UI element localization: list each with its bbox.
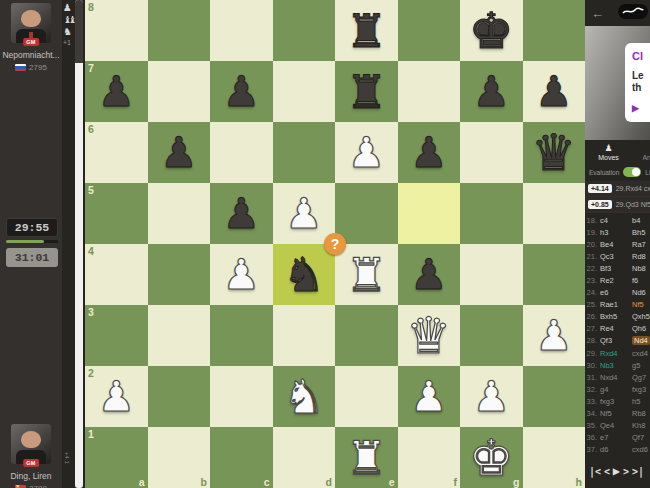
- square-h1[interactable]: h: [523, 427, 586, 488]
- video-text-line1: Le: [632, 70, 650, 82]
- move-number: 36.: [585, 433, 600, 442]
- tab-moves[interactable]: ♟ Moves: [585, 140, 632, 164]
- file-label-h: h: [576, 476, 582, 488]
- white-king-g1: ♚: [469, 433, 514, 483]
- top-player-clock: 29:55: [6, 218, 58, 237]
- move-number: 21.: [585, 252, 600, 261]
- white-move[interactable]: Nxd4: [600, 373, 632, 382]
- square-b8[interactable]: [148, 0, 211, 61]
- lines-label: Lines: [645, 169, 650, 176]
- square-h2[interactable]: [523, 366, 586, 427]
- move-number: 23.: [585, 276, 600, 285]
- video-play-button[interactable]: ▶: [632, 103, 650, 113]
- black-move[interactable]: b4: [632, 216, 650, 225]
- square-a7[interactable]: 7♟: [85, 61, 148, 122]
- engine-eval-badge: +0.85: [588, 200, 612, 209]
- move-number: 28.: [585, 336, 600, 345]
- square-f4[interactable]: ♟: [398, 244, 461, 305]
- move-number: 19.: [585, 228, 600, 237]
- black-pawn-b6: ♟: [160, 132, 198, 174]
- analysis-controls: Evaluation Lines: [585, 164, 650, 180]
- square-g3[interactable]: [460, 305, 523, 366]
- black-move[interactable]: cxd6: [632, 445, 650, 454]
- square-e1[interactable]: e♜: [335, 427, 398, 488]
- square-b3[interactable]: [148, 305, 211, 366]
- white-move[interactable]: Qc3: [600, 252, 632, 261]
- evaluation-label: Evaluation: [589, 169, 619, 176]
- move-row-26: 26.Bxh5Qxh5: [585, 311, 650, 323]
- file-label-d: d: [326, 476, 332, 488]
- black-move[interactable]: Qxh5: [632, 312, 650, 321]
- black-move[interactable]: Nf5: [632, 300, 650, 309]
- black-pawn-g7: ♟: [472, 71, 510, 113]
- square-f5[interactable]: [398, 183, 461, 244]
- black-move[interactable]: Rb8: [632, 409, 650, 418]
- square-g1[interactable]: g♚: [460, 427, 523, 488]
- square-a5[interactable]: 5: [85, 183, 148, 244]
- move-number: 18.: [585, 216, 600, 225]
- file-label-f: f: [454, 476, 458, 488]
- white-move[interactable]: Qe4: [600, 421, 632, 430]
- russia-flag-icon: [15, 64, 26, 71]
- black-move[interactable]: Nb8: [632, 264, 650, 273]
- white-move[interactable]: Re2: [600, 276, 632, 285]
- square-c8[interactable]: [210, 0, 273, 61]
- square-d2[interactable]: ♞: [273, 366, 336, 427]
- video-headline: Cl: [632, 50, 650, 62]
- rank-label-5: 5: [88, 184, 94, 196]
- move-row-28: 28.Qf3Nd4: [585, 335, 650, 347]
- black-move[interactable]: Qf7: [632, 433, 650, 442]
- top-rating-value: 2795: [29, 63, 47, 72]
- square-d1[interactable]: d: [273, 427, 336, 488]
- square-h4[interactable]: [523, 244, 586, 305]
- move-number: 24.: [585, 288, 600, 297]
- white-move[interactable]: Be4: [600, 240, 632, 249]
- white-move[interactable]: e6: [600, 288, 632, 297]
- captured-knight-icon: ♞: [63, 26, 72, 37]
- avatar-face: [21, 431, 41, 448]
- move-number: 31.: [585, 373, 600, 382]
- bottom-player-avatar: GM: [11, 424, 51, 464]
- square-c7[interactable]: ♟: [210, 61, 273, 122]
- black-move[interactable]: Bh5: [632, 228, 650, 237]
- white-move[interactable]: Rae1: [600, 300, 632, 309]
- move-row-34: 34.Nf5Rb8: [585, 408, 650, 420]
- white-move[interactable]: Nf5: [600, 409, 632, 418]
- square-e6[interactable]: ♟: [335, 122, 398, 183]
- video-thumbnail[interactable]: Cl Le th ▶: [585, 26, 650, 140]
- white-pawn-f2: ♟: [410, 376, 448, 418]
- square-e2[interactable]: [335, 366, 398, 427]
- square-e3[interactable]: [335, 305, 398, 366]
- black-move[interactable]: Kh8: [632, 421, 650, 430]
- bottom-player-card: GM Ding, Liren 2788: [0, 424, 62, 488]
- evaluation-bar-value: +4.1: [64, 452, 70, 464]
- file-label-e: e: [389, 476, 395, 488]
- square-d5[interactable]: ♟: [273, 183, 336, 244]
- engine-lines: +4.1429.Rxd4 cxd4 3+0.8529.Qd3 Nf5 30: [585, 181, 650, 213]
- analysis-tabs: ♟ Moves ⌕ Analysis: [585, 140, 650, 164]
- white-move[interactable]: h3: [600, 228, 632, 237]
- next-move-button[interactable]: >: [623, 466, 629, 477]
- white-knight-d2: ♞: [283, 373, 325, 420]
- white-pawn-a2: ♟: [97, 376, 135, 418]
- white-move[interactable]: d6: [600, 445, 632, 454]
- tab-analysis-label: Analysis: [642, 154, 650, 161]
- move-row-30: 30.Nb3g5: [585, 359, 650, 371]
- black-move[interactable]: Rd8: [632, 252, 650, 261]
- square-h7[interactable]: ♟: [523, 61, 586, 122]
- square-h6[interactable]: ♛: [523, 122, 586, 183]
- square-g4[interactable]: [460, 244, 523, 305]
- time-progress-track: [6, 240, 58, 243]
- square-f6[interactable]: ♟: [398, 122, 461, 183]
- tab-moves-label: Moves: [598, 154, 619, 161]
- black-rook-e7: ♜: [346, 69, 387, 115]
- captured-pawn-icon: ♟: [63, 2, 72, 13]
- move-row-31: 31.Nxd4Qg7: [585, 371, 650, 383]
- engine-line-2[interactable]: +0.8529.Qd3 Nf5 30: [585, 197, 650, 213]
- square-b2[interactable]: [148, 366, 211, 427]
- square-f8[interactable]: [398, 0, 461, 61]
- white-rook-e1: ♜: [346, 435, 387, 481]
- move-list: 18.c4b419.h3Bh520.Be4Ra721.Qc3Rd822.Bf3N…: [585, 214, 650, 456]
- black-move[interactable]: cxd4: [632, 349, 650, 358]
- evaluation-bar-black: [75, 0, 83, 63]
- white-move[interactable]: Re4: [600, 324, 632, 333]
- move-number: 37.: [585, 445, 600, 454]
- white-pawn-c4: ♟: [222, 254, 260, 296]
- square-g7[interactable]: ♟: [460, 61, 523, 122]
- move-number: 33.: [585, 397, 600, 406]
- square-g6[interactable]: [460, 122, 523, 183]
- move-number: 22.: [585, 264, 600, 273]
- square-h5[interactable]: [523, 183, 586, 244]
- move-number: 35.: [585, 421, 600, 430]
- rank-label-1: 1: [88, 428, 94, 440]
- move-row-27: 27.Re4Qh6: [585, 323, 650, 335]
- square-f7[interactable]: [398, 61, 461, 122]
- rank-label-7: 7: [88, 62, 94, 74]
- black-rook-e8: ♜: [346, 8, 387, 54]
- bottom-rating-value: 2788: [29, 484, 47, 488]
- square-c5[interactable]: ♟: [210, 183, 273, 244]
- black-knight-d4: ♞: [283, 251, 325, 298]
- square-d7[interactable]: [273, 61, 336, 122]
- square-a2[interactable]: 2♟: [85, 366, 148, 427]
- square-f3[interactable]: ♛: [398, 305, 461, 366]
- white-move[interactable]: c4: [600, 216, 632, 225]
- square-c6[interactable]: [210, 122, 273, 183]
- square-d4[interactable]: ♞: [273, 244, 336, 305]
- engine-line-moves: 29.Rxd4 cxd4 3: [616, 185, 650, 192]
- white-rook-e4: ♜: [346, 252, 387, 298]
- move-row-19: 19.h3Bh5: [585, 226, 650, 238]
- file-label-a: a: [139, 476, 145, 488]
- black-move[interactable]: g5: [632, 361, 650, 370]
- square-c1[interactable]: c: [210, 427, 273, 488]
- black-king-g8: ♚: [469, 6, 514, 56]
- move-row-23: 23.Re2f6: [585, 274, 650, 286]
- square-h8[interactable]: [523, 0, 586, 61]
- video-info-card[interactable]: Cl Le th ▶: [625, 43, 650, 122]
- square-g5[interactable]: [460, 183, 523, 244]
- white-move[interactable]: Qf3: [600, 336, 632, 345]
- move-row-25: 25.Rae1Nf5: [585, 299, 650, 311]
- white-move[interactable]: Rxd4: [600, 349, 632, 358]
- square-c2[interactable]: [210, 366, 273, 427]
- file-label-g: g: [513, 476, 519, 488]
- rank-label-3: 3: [88, 306, 94, 318]
- white-pawn-e6: ♟: [347, 132, 385, 174]
- square-b4[interactable]: [148, 244, 211, 305]
- move-number: 25.: [585, 300, 600, 309]
- video-text-line2: th: [632, 82, 650, 94]
- player-sidebar: GM Nepomniacht... 2795 GM Ding, Liren 27…: [0, 0, 62, 488]
- black-move[interactable]: Qg7: [632, 373, 650, 382]
- square-c4[interactable]: ♟: [210, 244, 273, 305]
- move-number: 30.: [585, 361, 600, 370]
- material-advantage: +1: [63, 39, 71, 46]
- move-row-36: 36.e7Qf7: [585, 432, 650, 444]
- square-d6[interactable]: [273, 122, 336, 183]
- mistake-annotation-badge: ?: [324, 233, 346, 255]
- move-row-22: 22.Bf3Nb8: [585, 262, 650, 274]
- square-g8[interactable]: ♚: [460, 0, 523, 61]
- bottom-player-clock: 31:01: [6, 248, 58, 267]
- square-e7[interactable]: ♜: [335, 61, 398, 122]
- square-e8[interactable]: ♜: [335, 0, 398, 61]
- black-pawn-h7: ♟: [535, 71, 573, 113]
- move-number: 20.: [585, 240, 600, 249]
- avatar-face: [21, 10, 41, 27]
- black-pawn-f4: ♟: [410, 254, 448, 296]
- play-button[interactable]: ▶: [613, 464, 620, 478]
- black-move[interactable]: Ra7: [632, 240, 650, 249]
- square-d8[interactable]: [273, 0, 336, 61]
- square-f1[interactable]: f: [398, 427, 461, 488]
- move-number: 29.: [585, 349, 600, 358]
- go-to-end-button[interactable]: >|: [632, 466, 644, 477]
- square-a3[interactable]: 3: [85, 305, 148, 366]
- square-g2[interactable]: ♟: [460, 366, 523, 427]
- black-move[interactable]: Nd4: [632, 336, 650, 345]
- white-move[interactable]: g4: [600, 385, 632, 394]
- evaluation-bar: [75, 0, 83, 488]
- engine-line-1[interactable]: +4.1429.Rxd4 cxd4 3: [585, 181, 650, 197]
- square-e5[interactable]: [335, 183, 398, 244]
- pawn-icon: ♟: [604, 144, 612, 153]
- black-pawn-f6: ♟: [410, 132, 448, 174]
- square-b5[interactable]: [148, 183, 211, 244]
- move-row-33: 33.fxg3h5: [585, 395, 650, 407]
- rank-label-4: 4: [88, 245, 94, 257]
- square-b7[interactable]: [148, 61, 211, 122]
- toggle-knob: [632, 168, 640, 176]
- move-row-18: 18.c4b4: [585, 214, 650, 226]
- top-player-avatar: GM: [11, 3, 51, 43]
- move-row-32: 32.g4fxg3: [585, 383, 650, 395]
- tab-analysis[interactable]: ⌕ Analysis: [632, 140, 650, 164]
- rank-label-2: 2: [88, 367, 94, 379]
- move-row-20: 20.Be4Ra7: [585, 238, 650, 250]
- gm-title-badge: GM: [23, 459, 39, 467]
- move-row-24: 24.e6Nd6: [585, 287, 650, 299]
- move-row-35: 35.Qe4Kh8: [585, 420, 650, 432]
- white-pawn-d5: ♟: [285, 193, 323, 235]
- square-a1[interactable]: 1a: [85, 427, 148, 488]
- bottom-player-name: Ding, Liren: [0, 471, 62, 481]
- white-pawn-h3: ♟: [535, 315, 573, 357]
- black-pawn-c7: ♟: [222, 71, 260, 113]
- analysis-sidebar: ← Cl Le th ▶ ♟ Moves ⌕ Analysis Evaluati…: [585, 0, 650, 488]
- bottom-player-rating: 2788: [0, 484, 62, 488]
- white-queen-f3: ♛: [406, 311, 451, 361]
- white-move[interactable]: Bf3: [600, 264, 632, 273]
- black-move[interactable]: h5: [632, 397, 650, 406]
- chess-board: 8♜♚7♟♟♜♟♟6♟♟♟♛5♟♟4♟♞♜♟3♛♟2♟♞♟♟1abcde♜fg♚…: [85, 0, 585, 488]
- top-player-card: GM Nepomniacht... 2795: [0, 3, 62, 72]
- square-a4[interactable]: 4: [85, 244, 148, 305]
- white-move[interactable]: Nb3: [600, 361, 632, 370]
- move-number: 27.: [585, 324, 600, 333]
- file-label-b: b: [201, 476, 207, 488]
- white-move[interactable]: fxg3: [600, 397, 632, 406]
- black-pawn-a7: ♟: [97, 71, 135, 113]
- top-player-rating: 2795: [0, 63, 62, 72]
- square-a6[interactable]: 6: [85, 122, 148, 183]
- channel-logo: [618, 4, 648, 19]
- engine-eval-badge: +4.14: [588, 184, 612, 193]
- black-queen-h6: ♛: [531, 128, 576, 178]
- move-number: 26.: [585, 312, 600, 321]
- top-player-name: Nepomniacht...: [0, 50, 62, 60]
- file-label-c: c: [264, 476, 270, 488]
- rank-label-6: 6: [88, 123, 94, 135]
- move-row-29: 29.Rxd4cxd4: [585, 347, 650, 359]
- square-b6[interactable]: ♟: [148, 122, 211, 183]
- time-progress-fill: [6, 240, 44, 243]
- rank-label-8: 8: [88, 1, 94, 13]
- black-pawn-c5: ♟: [222, 193, 260, 235]
- square-c3[interactable]: [210, 305, 273, 366]
- gm-title-badge: GM: [23, 38, 39, 46]
- move-row-37: 37.d6cxd6: [585, 444, 650, 456]
- square-e4[interactable]: ♜: [335, 244, 398, 305]
- move-row-21: 21.Qc3Rd8: [585, 250, 650, 262]
- previous-move-button[interactable]: <: [604, 466, 610, 477]
- black-move[interactable]: Nd6: [632, 288, 650, 297]
- white-move[interactable]: Bxh5: [600, 312, 632, 321]
- square-h3[interactable]: ♟: [523, 305, 586, 366]
- move-number: 32.: [585, 385, 600, 394]
- black-move[interactable]: fxg3: [632, 385, 650, 394]
- analysis-header: ←: [585, 0, 650, 26]
- move-navigation: |<<▶>>|: [585, 456, 648, 486]
- move-number: 34.: [585, 409, 600, 418]
- square-d3[interactable]: [273, 305, 336, 366]
- square-f2[interactable]: ♟: [398, 366, 461, 427]
- square-a8[interactable]: 8: [85, 0, 148, 61]
- square-b1[interactable]: b: [148, 427, 211, 488]
- go-to-start-button[interactable]: |<: [589, 466, 601, 477]
- black-move[interactable]: Qh6: [632, 324, 650, 333]
- white-move[interactable]: e7: [600, 433, 632, 442]
- evaluation-toggle[interactable]: [623, 167, 641, 177]
- engine-line-moves: 29.Qd3 Nf5 30: [616, 201, 650, 208]
- back-arrow-icon[interactable]: ←: [591, 6, 604, 21]
- captured-bishops-icon: ♝♝: [63, 14, 73, 25]
- white-pawn-g2: ♟: [472, 376, 510, 418]
- black-move[interactable]: f6: [632, 276, 650, 285]
